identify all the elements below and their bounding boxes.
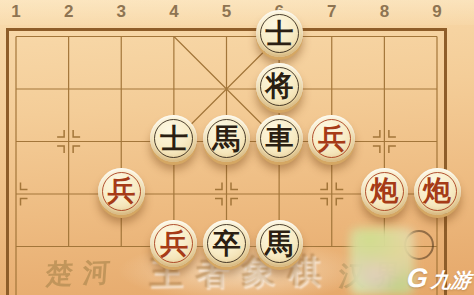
piece-black-advisor[interactable]: 士 bbox=[256, 10, 303, 57]
piece-red-pawn[interactable]: 兵 bbox=[98, 168, 145, 215]
river-text-chuhe: 楚河 bbox=[45, 254, 122, 293]
jiuyou-logo-text: 九游 bbox=[430, 270, 472, 290]
blurred-logo-overlay bbox=[350, 228, 414, 295]
piece-glyph: 士 bbox=[265, 20, 293, 48]
piece-glyph: 兵 bbox=[107, 177, 135, 205]
piece-black-horse[interactable]: 馬 bbox=[203, 115, 250, 162]
jiuyou-logo-icon: G bbox=[406, 266, 430, 290]
piece-black-pawn[interactable]: 卒 bbox=[203, 220, 250, 267]
piece-glyph: 兵 bbox=[318, 125, 346, 153]
xiangqi-screenshot: 123456789 楚河 汉界 王者象棋 士将士馬車兵兵炮炮兵卒馬 G 九游 bbox=[0, 0, 474, 295]
piece-glyph: 士 bbox=[160, 125, 188, 153]
piece-black-general[interactable]: 将 bbox=[256, 63, 303, 110]
piece-black-chariot[interactable]: 車 bbox=[256, 115, 303, 162]
piece-red-pawn[interactable]: 兵 bbox=[308, 115, 355, 162]
piece-glyph: 炮 bbox=[370, 177, 398, 205]
piece-black-horse[interactable]: 馬 bbox=[256, 220, 303, 267]
piece-red-cannon[interactable]: 炮 bbox=[414, 168, 461, 215]
piece-glyph: 卒 bbox=[213, 230, 241, 258]
piece-red-cannon[interactable]: 炮 bbox=[361, 168, 408, 215]
piece-glyph: 将 bbox=[265, 72, 293, 100]
piece-glyph: 車 bbox=[265, 125, 293, 153]
piece-glyph: 馬 bbox=[213, 125, 241, 153]
piece-glyph: 兵 bbox=[160, 230, 188, 258]
jiuyou-watermark: G 九游 bbox=[407, 266, 471, 290]
piece-glyph: 炮 bbox=[423, 177, 451, 205]
piece-glyph: 馬 bbox=[265, 230, 293, 258]
